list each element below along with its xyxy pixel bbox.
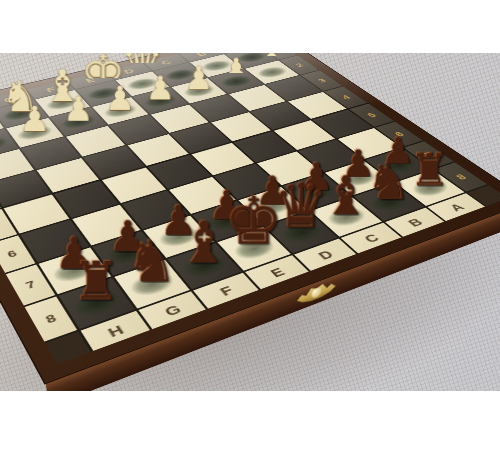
piece-black-knight-g8[interactable]: ♞ [123,219,180,283]
photo-area: HGFEDCBA1122334455667788HGFEDCBA ♜♞♝♛♚♝♞… [0,53,500,391]
chess-piece-glyph: ♝ [178,214,230,271]
chess-piece-glyph: ♝ [322,168,370,221]
chess-piece-glyph: ♞ [126,233,177,290]
piece-black-rook-h8[interactable]: ♜ [67,242,125,303]
chess-piece-glyph: ♜ [410,148,450,192]
page: { "game": "chess", "scene": "wooden fold… [0,0,500,450]
piece-black-king-e8[interactable]: ♚ [227,176,281,248]
chess-piece-glyph: ♞ [366,157,411,207]
piece-black-bishop-f8[interactable]: ♝ [177,201,232,266]
left-rank-label-4: 4 [0,184,1,216]
square-g4[interactable] [37,158,99,193]
chess-piece-glyph: ♜ [73,256,121,309]
chess-piece-glyph: ♚ [224,189,283,254]
clasp-knob-icon [311,286,322,299]
